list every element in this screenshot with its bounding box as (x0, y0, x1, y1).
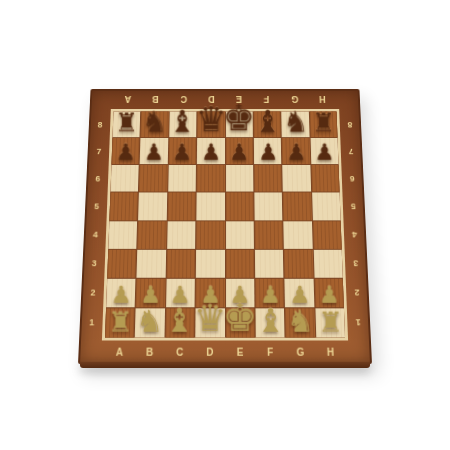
square-e1[interactable]: ♚ (225, 308, 254, 337)
rank-label-3: 3 (346, 249, 367, 278)
white-pawn-a2[interactable]: ♟ (110, 283, 131, 307)
board-front-edge (80, 362, 370, 368)
rank-label-2: 2 (347, 278, 368, 308)
black-knight-g8[interactable]: ♞ (283, 108, 309, 137)
rank-label-2: 2 (83, 278, 104, 308)
square-a2[interactable]: ♟ (106, 279, 136, 308)
square-c5[interactable] (167, 193, 195, 220)
square-e8[interactable]: ♚ (225, 112, 252, 138)
square-f7[interactable]: ♟ (254, 138, 282, 164)
square-g4[interactable] (284, 221, 313, 249)
rank-label-5: 5 (86, 192, 106, 220)
square-e7[interactable]: ♟ (225, 138, 253, 164)
black-bishop-c8[interactable]: ♝ (169, 106, 197, 137)
square-d8[interactable]: ♛ (197, 112, 224, 138)
square-g7[interactable]: ♟ (282, 138, 310, 164)
square-d7[interactable]: ♟ (197, 138, 225, 164)
square-b7[interactable]: ♟ (140, 138, 168, 164)
square-h1[interactable]: ♜ (315, 308, 345, 337)
black-pawn-b7[interactable]: ♟ (144, 141, 164, 164)
file-label-d: D (197, 91, 225, 108)
black-pawn-c7[interactable]: ♟ (172, 141, 192, 164)
square-d1[interactable]: ♛ (195, 308, 224, 337)
maple-inlay-border: ♜♞♝♛♚♝♞♜♟♟♟♟♟♟♟♟♟♟♟♟♟♟♟♟♜♞♝♛♚♝♞♜ (102, 109, 348, 340)
rank-label-1: 1 (348, 307, 369, 337)
black-pawn-h7[interactable]: ♟ (315, 141, 335, 164)
square-a1[interactable]: ♜ (105, 308, 135, 337)
rank-label-1: 1 (81, 307, 102, 337)
file-label-c: C (169, 91, 197, 108)
square-a4[interactable] (108, 221, 137, 249)
square-b6[interactable] (139, 165, 167, 192)
black-pawn-a7[interactable]: ♟ (115, 141, 135, 164)
square-f5[interactable] (254, 193, 282, 220)
square-b3[interactable] (137, 249, 166, 277)
square-h3[interactable] (313, 249, 342, 277)
square-e6[interactable] (225, 165, 253, 192)
square-b4[interactable] (138, 221, 167, 249)
file-label-b: B (141, 91, 169, 108)
file-label-h: H (308, 91, 336, 108)
square-g1[interactable]: ♞ (285, 308, 315, 337)
chess-board: ABCDEFGH ABCDEFGH 87654321 87654321 ♜♞♝♛… (78, 89, 372, 364)
rank-label-7: 7 (89, 138, 109, 165)
square-a3[interactable] (107, 249, 136, 277)
black-pawn-f7[interactable]: ♟ (258, 141, 278, 164)
rank-label-3: 3 (84, 249, 105, 278)
file-label-g: G (280, 91, 308, 108)
black-pawn-e7[interactable]: ♟ (229, 141, 249, 164)
file-label-b: B (134, 342, 165, 362)
square-g3[interactable] (284, 249, 313, 277)
file-labels-top: ABCDEFGH (114, 91, 337, 108)
square-f3[interactable] (255, 249, 284, 277)
white-bishop-c1[interactable]: ♝ (165, 304, 194, 337)
square-g5[interactable] (283, 193, 312, 220)
board-squares-grid: ♜♞♝♛♚♝♞♜♟♟♟♟♟♟♟♟♟♟♟♟♟♟♟♟♜♞♝♛♚♝♞♜ (105, 112, 345, 338)
rank-label-5: 5 (343, 192, 363, 220)
rank-label-4: 4 (85, 220, 105, 248)
square-e4[interactable] (225, 221, 253, 249)
file-label-e: E (225, 342, 255, 362)
square-c4[interactable] (167, 221, 196, 249)
file-label-a: A (114, 91, 142, 108)
white-queen-d1[interactable]: ♛ (193, 300, 226, 337)
square-h4[interactable] (313, 221, 342, 249)
square-h2[interactable]: ♟ (314, 279, 344, 308)
file-label-h: H (315, 342, 346, 362)
square-g6[interactable] (282, 165, 310, 192)
file-label-g: G (285, 342, 316, 362)
file-label-e: E (225, 91, 253, 108)
square-h7[interactable]: ♟ (310, 138, 338, 164)
square-e3[interactable] (225, 249, 254, 277)
white-knight-b1[interactable]: ♞ (136, 306, 164, 337)
black-rook-h8[interactable]: ♜ (312, 110, 335, 136)
square-f8[interactable]: ♝ (253, 112, 281, 138)
square-d4[interactable] (196, 221, 224, 249)
chess-board-scene: ABCDEFGH ABCDEFGH 87654321 87654321 ♜♞♝♛… (78, 72, 372, 364)
square-a5[interactable] (109, 193, 138, 220)
square-b1[interactable]: ♞ (135, 308, 165, 337)
square-h8[interactable]: ♜ (309, 112, 337, 138)
white-king-e1[interactable]: ♚ (223, 298, 258, 337)
square-a6[interactable] (110, 165, 139, 192)
white-rook-a1[interactable]: ♜ (107, 309, 132, 337)
rank-label-4: 4 (344, 220, 364, 248)
square-f6[interactable] (254, 165, 282, 192)
square-c8[interactable]: ♝ (169, 112, 197, 138)
file-label-c: C (165, 342, 195, 362)
white-rook-h1[interactable]: ♜ (318, 309, 343, 337)
square-a8[interactable]: ♜ (113, 112, 141, 138)
file-label-f: F (253, 91, 281, 108)
square-c1[interactable]: ♝ (165, 308, 194, 337)
black-rook-a8[interactable]: ♜ (115, 110, 138, 136)
file-label-a: A (104, 342, 135, 362)
square-b5[interactable] (138, 193, 167, 220)
square-h5[interactable] (312, 193, 341, 220)
file-labels-bottom: ABCDEFGH (104, 342, 346, 362)
square-g8[interactable]: ♞ (281, 112, 309, 138)
white-bishop-f1[interactable]: ♝ (256, 304, 285, 337)
rank-label-7: 7 (341, 138, 361, 165)
square-c7[interactable]: ♟ (168, 138, 196, 164)
black-pawn-d7[interactable]: ♟ (201, 141, 221, 164)
square-d3[interactable] (196, 249, 225, 277)
rank-label-8: 8 (340, 112, 360, 138)
square-c6[interactable] (168, 165, 196, 192)
black-pawn-g7[interactable]: ♟ (286, 141, 306, 164)
square-d5[interactable] (196, 193, 224, 220)
file-label-d: D (195, 342, 225, 362)
white-pawn-h2[interactable]: ♟ (319, 283, 340, 307)
file-label-f: F (255, 342, 285, 362)
rank-label-8: 8 (90, 112, 110, 138)
square-h6[interactable] (311, 165, 340, 192)
rank-label-6: 6 (342, 165, 362, 192)
photo-background: { "game": "chess", "position": { "fen": … (0, 0, 450, 450)
square-c3[interactable] (166, 249, 195, 277)
square-e5[interactable] (225, 193, 253, 220)
white-knight-g1[interactable]: ♞ (287, 306, 315, 337)
square-a7[interactable]: ♟ (112, 138, 140, 164)
square-d6[interactable] (197, 165, 225, 192)
square-f1[interactable]: ♝ (255, 308, 284, 337)
square-b8[interactable]: ♞ (141, 112, 169, 138)
black-bishop-f8[interactable]: ♝ (254, 106, 282, 137)
rank-label-6: 6 (88, 165, 108, 192)
black-knight-b8[interactable]: ♞ (142, 108, 168, 137)
square-f4[interactable] (255, 221, 284, 249)
